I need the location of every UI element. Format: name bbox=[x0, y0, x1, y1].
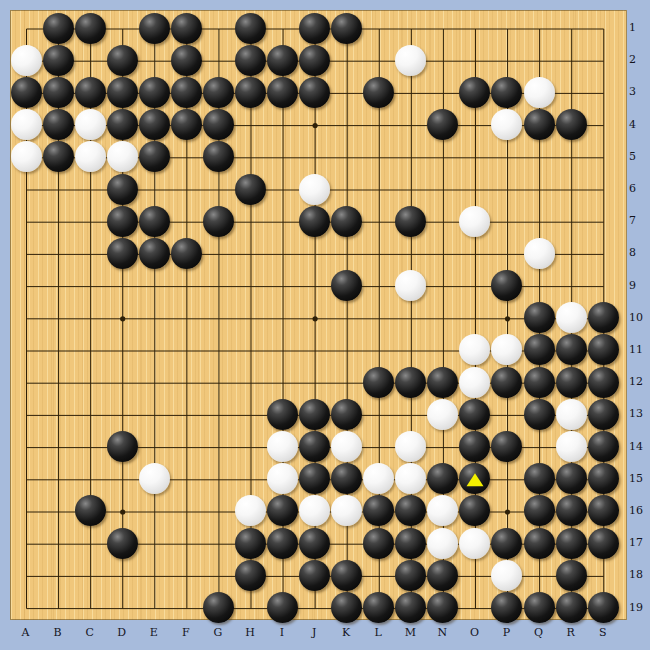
point-M3[interactable] bbox=[395, 76, 427, 108]
point-F12[interactable] bbox=[170, 366, 202, 398]
point-E10[interactable] bbox=[138, 302, 170, 334]
point-J1[interactable] bbox=[299, 12, 331, 44]
point-Q4[interactable] bbox=[523, 109, 555, 141]
point-R13[interactable] bbox=[555, 398, 587, 430]
point-B3[interactable] bbox=[42, 76, 74, 108]
point-A11[interactable] bbox=[10, 334, 42, 366]
point-B5[interactable] bbox=[42, 141, 74, 173]
point-M4[interactable] bbox=[395, 109, 427, 141]
point-E12[interactable] bbox=[138, 366, 170, 398]
point-N15[interactable] bbox=[427, 463, 459, 495]
point-I13[interactable] bbox=[267, 398, 299, 430]
point-G13[interactable] bbox=[202, 398, 234, 430]
point-C16[interactable] bbox=[74, 495, 106, 527]
point-E19[interactable] bbox=[138, 591, 170, 623]
point-B16[interactable] bbox=[42, 495, 74, 527]
point-F17[interactable] bbox=[170, 527, 202, 559]
point-B11[interactable] bbox=[42, 334, 74, 366]
point-O9[interactable] bbox=[459, 270, 491, 302]
point-C3[interactable] bbox=[74, 76, 106, 108]
point-F2[interactable] bbox=[170, 44, 202, 76]
point-M12[interactable] bbox=[395, 366, 427, 398]
point-H5[interactable] bbox=[234, 141, 266, 173]
point-E18[interactable] bbox=[138, 559, 170, 591]
point-J2[interactable] bbox=[299, 44, 331, 76]
point-E1[interactable] bbox=[138, 12, 170, 44]
point-H14[interactable] bbox=[234, 430, 266, 462]
point-P4[interactable] bbox=[491, 109, 523, 141]
point-R9[interactable] bbox=[555, 270, 587, 302]
point-O5[interactable] bbox=[459, 141, 491, 173]
point-K18[interactable] bbox=[331, 559, 363, 591]
point-K13[interactable] bbox=[331, 398, 363, 430]
point-E4[interactable] bbox=[138, 109, 170, 141]
point-M19[interactable] bbox=[395, 591, 427, 623]
point-J19[interactable] bbox=[299, 591, 331, 623]
point-O4[interactable] bbox=[459, 109, 491, 141]
point-E15[interactable] bbox=[138, 463, 170, 495]
point-D13[interactable] bbox=[106, 398, 138, 430]
point-C17[interactable] bbox=[74, 527, 106, 559]
point-J8[interactable] bbox=[299, 237, 331, 269]
point-R18[interactable] bbox=[555, 559, 587, 591]
point-R8[interactable] bbox=[555, 237, 587, 269]
point-S16[interactable] bbox=[587, 495, 619, 527]
point-E6[interactable] bbox=[138, 173, 170, 205]
point-C15[interactable] bbox=[74, 463, 106, 495]
point-K14[interactable] bbox=[331, 430, 363, 462]
point-J17[interactable] bbox=[299, 527, 331, 559]
point-C8[interactable] bbox=[74, 237, 106, 269]
point-K2[interactable] bbox=[331, 44, 363, 76]
point-G7[interactable] bbox=[202, 205, 234, 237]
point-P2[interactable] bbox=[491, 44, 523, 76]
point-A14[interactable] bbox=[10, 430, 42, 462]
point-F15[interactable] bbox=[170, 463, 202, 495]
point-N9[interactable] bbox=[427, 270, 459, 302]
point-O10[interactable] bbox=[459, 302, 491, 334]
point-H19[interactable] bbox=[234, 591, 266, 623]
point-S7[interactable] bbox=[587, 205, 619, 237]
point-S17[interactable] bbox=[587, 527, 619, 559]
point-R16[interactable] bbox=[555, 495, 587, 527]
point-D18[interactable] bbox=[106, 559, 138, 591]
point-G9[interactable] bbox=[202, 270, 234, 302]
point-D14[interactable] bbox=[106, 430, 138, 462]
point-I7[interactable] bbox=[267, 205, 299, 237]
point-A16[interactable] bbox=[10, 495, 42, 527]
point-N19[interactable] bbox=[427, 591, 459, 623]
point-L13[interactable] bbox=[363, 398, 395, 430]
point-H17[interactable] bbox=[234, 527, 266, 559]
point-L15[interactable] bbox=[363, 463, 395, 495]
point-D16[interactable] bbox=[106, 495, 138, 527]
point-M13[interactable] bbox=[395, 398, 427, 430]
point-M6[interactable] bbox=[395, 173, 427, 205]
point-C1[interactable] bbox=[74, 12, 106, 44]
point-S4[interactable] bbox=[587, 109, 619, 141]
point-N17[interactable] bbox=[427, 527, 459, 559]
point-N18[interactable] bbox=[427, 559, 459, 591]
point-R14[interactable] bbox=[555, 430, 587, 462]
point-M17[interactable] bbox=[395, 527, 427, 559]
point-I1[interactable] bbox=[267, 12, 299, 44]
point-A7[interactable] bbox=[10, 205, 42, 237]
point-I4[interactable] bbox=[267, 109, 299, 141]
point-H13[interactable] bbox=[234, 398, 266, 430]
point-H2[interactable] bbox=[234, 44, 266, 76]
point-R1[interactable] bbox=[555, 12, 587, 44]
point-L4[interactable] bbox=[363, 109, 395, 141]
point-J6[interactable] bbox=[299, 173, 331, 205]
point-D1[interactable] bbox=[106, 12, 138, 44]
point-I12[interactable] bbox=[267, 366, 299, 398]
point-L5[interactable] bbox=[363, 141, 395, 173]
point-R15[interactable] bbox=[555, 463, 587, 495]
point-S3[interactable] bbox=[587, 76, 619, 108]
point-C5[interactable] bbox=[74, 141, 106, 173]
point-O8[interactable] bbox=[459, 237, 491, 269]
point-O16[interactable] bbox=[459, 495, 491, 527]
point-G1[interactable] bbox=[202, 12, 234, 44]
point-E8[interactable] bbox=[138, 237, 170, 269]
point-N11[interactable] bbox=[427, 334, 459, 366]
point-P9[interactable] bbox=[491, 270, 523, 302]
point-S18[interactable] bbox=[587, 559, 619, 591]
point-K19[interactable] bbox=[331, 591, 363, 623]
point-I2[interactable] bbox=[267, 44, 299, 76]
point-O12[interactable] bbox=[459, 366, 491, 398]
point-C14[interactable] bbox=[74, 430, 106, 462]
point-P16[interactable] bbox=[491, 495, 523, 527]
point-A17[interactable] bbox=[10, 527, 42, 559]
point-D15[interactable] bbox=[106, 463, 138, 495]
point-F6[interactable] bbox=[170, 173, 202, 205]
point-R5[interactable] bbox=[555, 141, 587, 173]
point-Q1[interactable] bbox=[523, 12, 555, 44]
point-Q6[interactable] bbox=[523, 173, 555, 205]
point-O18[interactable] bbox=[459, 559, 491, 591]
point-M8[interactable] bbox=[395, 237, 427, 269]
point-S12[interactable] bbox=[587, 366, 619, 398]
point-F3[interactable] bbox=[170, 76, 202, 108]
point-G17[interactable] bbox=[202, 527, 234, 559]
point-S14[interactable] bbox=[587, 430, 619, 462]
point-C12[interactable] bbox=[74, 366, 106, 398]
point-L16[interactable] bbox=[363, 495, 395, 527]
point-B8[interactable] bbox=[42, 237, 74, 269]
point-R17[interactable] bbox=[555, 527, 587, 559]
point-A5[interactable] bbox=[10, 141, 42, 173]
point-D9[interactable] bbox=[106, 270, 138, 302]
point-I18[interactable] bbox=[267, 559, 299, 591]
point-B4[interactable] bbox=[42, 109, 74, 141]
point-M15[interactable] bbox=[395, 463, 427, 495]
point-O3[interactable] bbox=[459, 76, 491, 108]
point-N14[interactable] bbox=[427, 430, 459, 462]
point-M11[interactable] bbox=[395, 334, 427, 366]
point-J13[interactable] bbox=[299, 398, 331, 430]
point-O13[interactable] bbox=[459, 398, 491, 430]
point-J10[interactable] bbox=[299, 302, 331, 334]
point-I8[interactable] bbox=[267, 237, 299, 269]
point-K4[interactable] bbox=[331, 109, 363, 141]
point-L12[interactable] bbox=[363, 366, 395, 398]
point-N4[interactable] bbox=[427, 109, 459, 141]
point-E13[interactable] bbox=[138, 398, 170, 430]
point-Q7[interactable] bbox=[523, 205, 555, 237]
point-S6[interactable] bbox=[587, 173, 619, 205]
point-I16[interactable] bbox=[267, 495, 299, 527]
point-I9[interactable] bbox=[267, 270, 299, 302]
point-O17[interactable] bbox=[459, 527, 491, 559]
point-H6[interactable] bbox=[234, 173, 266, 205]
point-P6[interactable] bbox=[491, 173, 523, 205]
point-N12[interactable] bbox=[427, 366, 459, 398]
point-C6[interactable] bbox=[74, 173, 106, 205]
point-G19[interactable] bbox=[202, 591, 234, 623]
point-I15[interactable] bbox=[267, 463, 299, 495]
point-J5[interactable] bbox=[299, 141, 331, 173]
point-K9[interactable] bbox=[331, 270, 363, 302]
point-J14[interactable] bbox=[299, 430, 331, 462]
point-D4[interactable] bbox=[106, 109, 138, 141]
point-R7[interactable] bbox=[555, 205, 587, 237]
point-K5[interactable] bbox=[331, 141, 363, 173]
point-L9[interactable] bbox=[363, 270, 395, 302]
point-P17[interactable] bbox=[491, 527, 523, 559]
point-S1[interactable] bbox=[587, 12, 619, 44]
point-H9[interactable] bbox=[234, 270, 266, 302]
point-J4[interactable] bbox=[299, 109, 331, 141]
point-M14[interactable] bbox=[395, 430, 427, 462]
point-Q10[interactable] bbox=[523, 302, 555, 334]
point-G15[interactable] bbox=[202, 463, 234, 495]
point-D7[interactable] bbox=[106, 205, 138, 237]
point-B18[interactable] bbox=[42, 559, 74, 591]
point-G8[interactable] bbox=[202, 237, 234, 269]
point-Q8[interactable] bbox=[523, 237, 555, 269]
point-P18[interactable] bbox=[491, 559, 523, 591]
point-D5[interactable] bbox=[106, 141, 138, 173]
point-L1[interactable] bbox=[363, 12, 395, 44]
point-S9[interactable] bbox=[587, 270, 619, 302]
point-Q5[interactable] bbox=[523, 141, 555, 173]
point-R11[interactable] bbox=[555, 334, 587, 366]
point-N8[interactable] bbox=[427, 237, 459, 269]
point-L8[interactable] bbox=[363, 237, 395, 269]
point-M9[interactable] bbox=[395, 270, 427, 302]
point-E9[interactable] bbox=[138, 270, 170, 302]
point-F13[interactable] bbox=[170, 398, 202, 430]
point-C10[interactable] bbox=[74, 302, 106, 334]
point-P7[interactable] bbox=[491, 205, 523, 237]
point-L3[interactable] bbox=[363, 76, 395, 108]
point-K16[interactable] bbox=[331, 495, 363, 527]
point-D17[interactable] bbox=[106, 527, 138, 559]
point-Q17[interactable] bbox=[523, 527, 555, 559]
point-C11[interactable] bbox=[74, 334, 106, 366]
point-J12[interactable] bbox=[299, 366, 331, 398]
point-A6[interactable] bbox=[10, 173, 42, 205]
point-Q9[interactable] bbox=[523, 270, 555, 302]
point-K3[interactable] bbox=[331, 76, 363, 108]
point-F8[interactable] bbox=[170, 237, 202, 269]
point-O14[interactable] bbox=[459, 430, 491, 462]
point-Q13[interactable] bbox=[523, 398, 555, 430]
point-O2[interactable] bbox=[459, 44, 491, 76]
point-Q15[interactable] bbox=[523, 463, 555, 495]
point-R10[interactable] bbox=[555, 302, 587, 334]
point-A10[interactable] bbox=[10, 302, 42, 334]
point-F7[interactable] bbox=[170, 205, 202, 237]
point-A1[interactable] bbox=[10, 12, 42, 44]
point-K8[interactable] bbox=[331, 237, 363, 269]
point-E14[interactable] bbox=[138, 430, 170, 462]
point-B14[interactable] bbox=[42, 430, 74, 462]
point-D3[interactable] bbox=[106, 76, 138, 108]
point-O19[interactable] bbox=[459, 591, 491, 623]
point-H11[interactable] bbox=[234, 334, 266, 366]
point-F10[interactable] bbox=[170, 302, 202, 334]
point-B9[interactable] bbox=[42, 270, 74, 302]
point-M1[interactable] bbox=[395, 12, 427, 44]
point-N3[interactable] bbox=[427, 76, 459, 108]
point-G4[interactable] bbox=[202, 109, 234, 141]
point-Q19[interactable] bbox=[523, 591, 555, 623]
point-B12[interactable] bbox=[42, 366, 74, 398]
point-F19[interactable] bbox=[170, 591, 202, 623]
point-F16[interactable] bbox=[170, 495, 202, 527]
point-S11[interactable] bbox=[587, 334, 619, 366]
point-H4[interactable] bbox=[234, 109, 266, 141]
point-B6[interactable] bbox=[42, 173, 74, 205]
point-Q3[interactable] bbox=[523, 76, 555, 108]
point-L19[interactable] bbox=[363, 591, 395, 623]
point-K12[interactable] bbox=[331, 366, 363, 398]
point-P14[interactable] bbox=[491, 430, 523, 462]
point-P5[interactable] bbox=[491, 141, 523, 173]
point-K15[interactable] bbox=[331, 463, 363, 495]
point-C18[interactable] bbox=[74, 559, 106, 591]
point-K11[interactable] bbox=[331, 334, 363, 366]
point-G3[interactable] bbox=[202, 76, 234, 108]
point-B2[interactable] bbox=[42, 44, 74, 76]
point-N5[interactable] bbox=[427, 141, 459, 173]
point-H8[interactable] bbox=[234, 237, 266, 269]
point-S19[interactable] bbox=[587, 591, 619, 623]
point-L10[interactable] bbox=[363, 302, 395, 334]
point-L6[interactable] bbox=[363, 173, 395, 205]
point-R19[interactable] bbox=[555, 591, 587, 623]
point-J16[interactable] bbox=[299, 495, 331, 527]
point-R2[interactable] bbox=[555, 44, 587, 76]
point-S15[interactable] bbox=[587, 463, 619, 495]
point-G14[interactable] bbox=[202, 430, 234, 462]
point-Q11[interactable] bbox=[523, 334, 555, 366]
point-P12[interactable] bbox=[491, 366, 523, 398]
point-I6[interactable] bbox=[267, 173, 299, 205]
point-P11[interactable] bbox=[491, 334, 523, 366]
point-O1[interactable] bbox=[459, 12, 491, 44]
point-B1[interactable] bbox=[42, 12, 74, 44]
point-G16[interactable] bbox=[202, 495, 234, 527]
point-M2[interactable] bbox=[395, 44, 427, 76]
point-H10[interactable] bbox=[234, 302, 266, 334]
point-P10[interactable] bbox=[491, 302, 523, 334]
point-J11[interactable] bbox=[299, 334, 331, 366]
point-B15[interactable] bbox=[42, 463, 74, 495]
point-G11[interactable] bbox=[202, 334, 234, 366]
point-H18[interactable] bbox=[234, 559, 266, 591]
point-E11[interactable] bbox=[138, 334, 170, 366]
point-F4[interactable] bbox=[170, 109, 202, 141]
point-E3[interactable] bbox=[138, 76, 170, 108]
point-K6[interactable] bbox=[331, 173, 363, 205]
point-H12[interactable] bbox=[234, 366, 266, 398]
point-D6[interactable] bbox=[106, 173, 138, 205]
point-N10[interactable] bbox=[427, 302, 459, 334]
point-J9[interactable] bbox=[299, 270, 331, 302]
point-P15[interactable] bbox=[491, 463, 523, 495]
point-G6[interactable] bbox=[202, 173, 234, 205]
point-C7[interactable] bbox=[74, 205, 106, 237]
point-E17[interactable] bbox=[138, 527, 170, 559]
point-F1[interactable] bbox=[170, 12, 202, 44]
point-N7[interactable] bbox=[427, 205, 459, 237]
point-N16[interactable] bbox=[427, 495, 459, 527]
point-A18[interactable] bbox=[10, 559, 42, 591]
point-A3[interactable] bbox=[10, 76, 42, 108]
point-C13[interactable] bbox=[74, 398, 106, 430]
point-R4[interactable] bbox=[555, 109, 587, 141]
point-S8[interactable] bbox=[587, 237, 619, 269]
point-B19[interactable] bbox=[42, 591, 74, 623]
point-A9[interactable] bbox=[10, 270, 42, 302]
point-O6[interactable] bbox=[459, 173, 491, 205]
point-D19[interactable] bbox=[106, 591, 138, 623]
point-P3[interactable] bbox=[491, 76, 523, 108]
point-L2[interactable] bbox=[363, 44, 395, 76]
point-G2[interactable] bbox=[202, 44, 234, 76]
point-R6[interactable] bbox=[555, 173, 587, 205]
point-L18[interactable] bbox=[363, 559, 395, 591]
point-I5[interactable] bbox=[267, 141, 299, 173]
point-Q2[interactable] bbox=[523, 44, 555, 76]
point-I19[interactable] bbox=[267, 591, 299, 623]
point-G18[interactable] bbox=[202, 559, 234, 591]
point-A12[interactable] bbox=[10, 366, 42, 398]
point-K1[interactable] bbox=[331, 12, 363, 44]
point-R3[interactable] bbox=[555, 76, 587, 108]
point-P1[interactable] bbox=[491, 12, 523, 44]
point-Q18[interactable] bbox=[523, 559, 555, 591]
point-I17[interactable] bbox=[267, 527, 299, 559]
point-I3[interactable] bbox=[267, 76, 299, 108]
point-M10[interactable] bbox=[395, 302, 427, 334]
point-N6[interactable] bbox=[427, 173, 459, 205]
point-G5[interactable] bbox=[202, 141, 234, 173]
point-L14[interactable] bbox=[363, 430, 395, 462]
point-A19[interactable] bbox=[10, 591, 42, 623]
point-L11[interactable] bbox=[363, 334, 395, 366]
point-A8[interactable] bbox=[10, 237, 42, 269]
point-O11[interactable] bbox=[459, 334, 491, 366]
point-L7[interactable] bbox=[363, 205, 395, 237]
point-B7[interactable] bbox=[42, 205, 74, 237]
point-B10[interactable] bbox=[42, 302, 74, 334]
point-P13[interactable] bbox=[491, 398, 523, 430]
